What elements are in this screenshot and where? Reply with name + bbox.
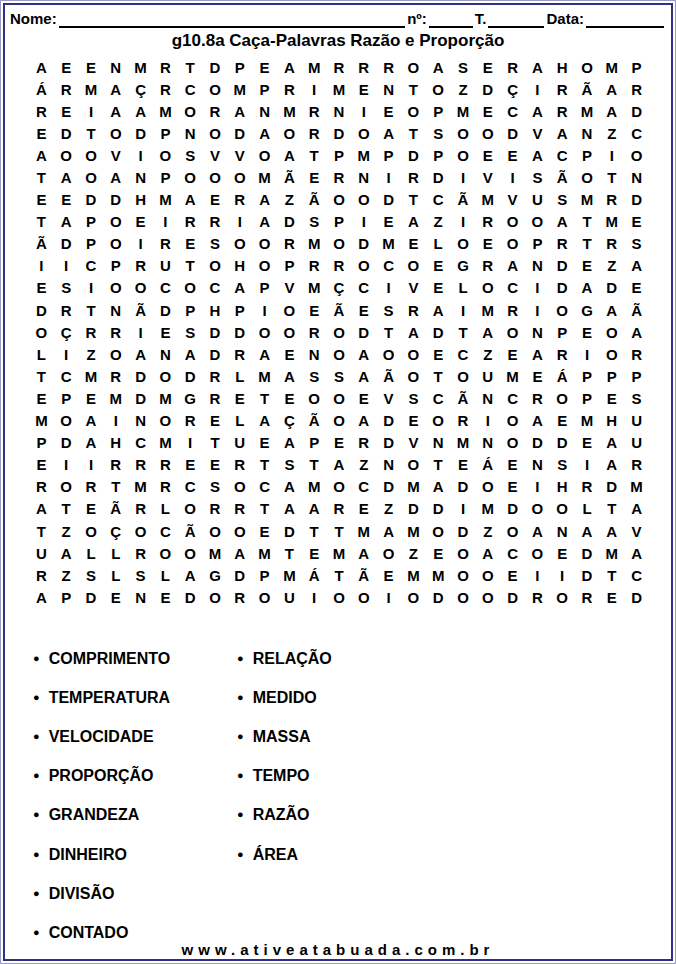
grid-cell-r6c23[interactable]: O [575,166,600,188]
grid-cell-r8c13[interactable]: P [327,211,352,233]
grid-cell-r8c21[interactable]: O [525,211,550,233]
grid-cell-r22c8[interactable]: O [203,520,228,542]
grid-cell-r12c21[interactable]: I [525,299,550,321]
grid-cell-r20c12[interactable]: M [302,476,327,498]
grid-cell-r18c5[interactable]: C [128,432,153,454]
grid-cell-r16c13[interactable]: O [327,387,352,409]
grid-cell-r9c25[interactable]: S [624,233,649,255]
grid-cell-r14c18[interactable]: C [451,343,476,365]
grid-cell-r21c25[interactable]: A [624,498,649,520]
grid-cell-r10c18[interactable]: G [451,255,476,277]
grid-cell-r18c25[interactable]: U [624,432,649,454]
grid-cell-r4c7[interactable]: N [178,122,203,144]
grid-cell-r5c24[interactable]: I [599,144,624,166]
grid-cell-r22c19[interactable]: Z [475,520,500,542]
grid-cell-r2c23[interactable]: Ã [575,78,600,100]
grid-cell-r1c25[interactable]: P [624,56,649,78]
grid-cell-r4c9[interactable]: D [227,122,252,144]
grid-cell-r11c17[interactable]: E [426,277,451,299]
grid-cell-r8c18[interactable]: I [451,211,476,233]
grid-cell-r4c13[interactable]: D [327,122,352,144]
grid-cell-r20c17[interactable]: A [426,476,451,498]
grid-cell-r13c16[interactable]: A [401,321,426,343]
grid-cell-r15c12[interactable]: S [302,365,327,387]
grid-cell-r17c13[interactable]: O [327,410,352,432]
grid-cell-r4c17[interactable]: S [426,122,451,144]
grid-cell-r6c21[interactable]: S [525,166,550,188]
grid-cell-r24c19[interactable]: O [475,564,500,586]
grid-cell-r15c25[interactable]: P [624,365,649,387]
grid-cell-r21c23[interactable]: L [575,498,600,520]
grid-cell-r19c12[interactable]: T [302,454,327,476]
grid-cell-r14c20[interactable]: E [500,343,525,365]
grid-cell-r8c19[interactable]: R [475,211,500,233]
grid-cell-r25c1[interactable]: A [29,586,54,608]
grid-cell-r18c4[interactable]: H [103,432,128,454]
grid-cell-r1c12[interactable]: M [302,56,327,78]
grid-cell-r10c15[interactable]: C [376,255,401,277]
grid-cell-r9c15[interactable]: M [376,233,401,255]
grid-cell-r5c21[interactable]: A [525,144,550,166]
grid-cell-r5c20[interactable]: E [500,144,525,166]
grid-cell-r9c21[interactable]: P [525,233,550,255]
grid-cell-r19c1[interactable]: E [29,454,54,476]
grid-cell-r1c10[interactable]: E [252,56,277,78]
grid-cell-r25c13[interactable]: O [327,586,352,608]
grid-cell-r25c11[interactable]: U [277,586,302,608]
grid-cell-r21c3[interactable]: E [79,498,104,520]
grid-cell-r17c12[interactable]: Ã [302,410,327,432]
grid-cell-r23c10[interactable]: M [252,542,277,564]
grid-cell-r25c17[interactable]: D [426,586,451,608]
grid-cell-r1c15[interactable]: R [376,56,401,78]
grid-cell-r15c16[interactable]: O [401,365,426,387]
grid-cell-r16c10[interactable]: T [252,387,277,409]
grid-cell-r6c1[interactable]: T [29,166,54,188]
grid-cell-r10c21[interactable]: N [525,255,550,277]
grid-cell-r3c11[interactable]: M [277,100,302,122]
grid-cell-r22c5[interactable]: O [128,520,153,542]
grid-cell-r12c13[interactable]: Ã [327,299,352,321]
grid-cell-r22c10[interactable]: E [252,520,277,542]
grid-cell-r14c7[interactable]: A [178,343,203,365]
grid-cell-r20c7[interactable]: C [178,476,203,498]
grid-cell-r15c20[interactable]: M [500,365,525,387]
grid-cell-r3c24[interactable]: A [599,100,624,122]
grid-cell-r20c4[interactable]: T [103,476,128,498]
grid-cell-r19c11[interactable]: S [277,454,302,476]
grid-cell-r18c19[interactable]: N [475,432,500,454]
grid-cell-r19c5[interactable]: R [128,454,153,476]
grid-cell-r19c18[interactable]: E [451,454,476,476]
grid-cell-r11c11[interactable]: V [277,277,302,299]
grid-cell-r19c17[interactable]: T [426,454,451,476]
grid-cell-r25c21[interactable]: R [525,586,550,608]
grid-cell-r14c10[interactable]: A [252,343,277,365]
grid-cell-r15c6[interactable]: O [153,365,178,387]
grid-cell-r14c12[interactable]: N [302,343,327,365]
grid-cell-r23c15[interactable]: O [376,542,401,564]
grid-cell-r6c22[interactable]: Ã [550,166,575,188]
grid-cell-r23c17[interactable]: E [426,542,451,564]
grid-cell-r23c6[interactable]: O [153,542,178,564]
grid-cell-r22c15[interactable]: A [376,520,401,542]
grid-cell-r25c6[interactable]: E [153,586,178,608]
grid-cell-r4c14[interactable]: O [351,122,376,144]
grid-cell-r1c8[interactable]: D [203,56,228,78]
grid-cell-r13c9[interactable]: D [227,321,252,343]
grid-cell-r8c10[interactable]: A [252,211,277,233]
grid-cell-r12c16[interactable]: R [401,299,426,321]
grid-cell-r1c16[interactable]: O [401,56,426,78]
grid-cell-r10c23[interactable]: E [575,255,600,277]
grid-cell-r24c14[interactable]: Ã [351,564,376,586]
grid-cell-r2c21[interactable]: I [525,78,550,100]
grid-cell-r7c21[interactable]: U [525,189,550,211]
grid-cell-r15c15[interactable]: Ã [376,365,401,387]
grid-cell-r9c9[interactable]: O [227,233,252,255]
grid-cell-r7c25[interactable]: D [624,189,649,211]
grid-cell-r8c16[interactable]: A [401,211,426,233]
grid-cell-r2c12[interactable]: I [302,78,327,100]
grid-cell-r18c11[interactable]: A [277,432,302,454]
grid-cell-r1c7[interactable]: T [178,56,203,78]
grid-cell-r13c11[interactable]: O [277,321,302,343]
grid-cell-r12c22[interactable]: O [550,299,575,321]
grid-cell-r1c6[interactable]: R [153,56,178,78]
grid-cell-r4c16[interactable]: T [401,122,426,144]
grid-cell-r13c15[interactable]: T [376,321,401,343]
grid-cell-r14c23[interactable]: I [575,343,600,365]
grid-cell-r11c15[interactable]: I [376,277,401,299]
grid-cell-r4c8[interactable]: O [203,122,228,144]
grid-cell-r4c23[interactable]: N [575,122,600,144]
grid-cell-r17c19[interactable]: I [475,410,500,432]
grid-cell-r23c13[interactable]: M [327,542,352,564]
grid-cell-r21c17[interactable]: D [426,498,451,520]
grid-cell-r10c6[interactable]: U [153,255,178,277]
grid-cell-r7c24[interactable]: R [599,189,624,211]
grid-cell-r24c24[interactable]: T [599,564,624,586]
grid-cell-r16c6[interactable]: M [153,387,178,409]
grid-cell-r5c9[interactable]: V [227,144,252,166]
grid-cell-r6c11[interactable]: Ã [277,166,302,188]
grid-cell-r19c4[interactable]: R [103,454,128,476]
grid-cell-r25c15[interactable]: I [376,586,401,608]
grid-cell-r9c3[interactable]: P [79,233,104,255]
grid-cell-r11c20[interactable]: C [500,277,525,299]
grid-cell-r25c2[interactable]: P [54,586,79,608]
grid-cell-r22c6[interactable]: C [153,520,178,542]
grid-cell-r25c3[interactable]: D [79,586,104,608]
grid-cell-r17c6[interactable]: O [153,410,178,432]
grid-cell-r5c25[interactable]: O [624,144,649,166]
grid-cell-r10c1[interactable]: I [29,255,54,277]
grid-cell-r20c8[interactable]: S [203,476,228,498]
grid-cell-r23c23[interactable]: D [575,542,600,564]
grid-cell-r16c7[interactable]: G [178,387,203,409]
grid-cell-r14c5[interactable]: A [128,343,153,365]
grid-cell-r11c4[interactable]: O [103,277,128,299]
grid-cell-r2c17[interactable]: O [426,78,451,100]
grid-cell-r23c25[interactable]: A [624,542,649,564]
grid-cell-r5c13[interactable]: P [327,144,352,166]
grid-cell-r14c4[interactable]: O [103,343,128,365]
grid-cell-r3c6[interactable]: M [153,100,178,122]
grid-cell-r1c4[interactable]: N [103,56,128,78]
grid-cell-r7c1[interactable]: E [29,189,54,211]
grid-cell-r11c10[interactable]: P [252,277,277,299]
grid-cell-r2c19[interactable]: D [475,78,500,100]
grid-cell-r3c25[interactable]: D [624,100,649,122]
grid-cell-r3c16[interactable]: O [401,100,426,122]
grid-cell-r24c17[interactable]: M [426,564,451,586]
grid-cell-r2c16[interactable]: T [401,78,426,100]
grid-cell-r21c6[interactable]: L [153,498,178,520]
grid-cell-r8c3[interactable]: P [79,211,104,233]
grid-cell-r13c8[interactable]: D [203,321,228,343]
grid-cell-r24c13[interactable]: T [327,564,352,586]
grid-cell-r8c25[interactable]: E [624,211,649,233]
grid-cell-r5c5[interactable]: I [128,144,153,166]
grid-cell-r20c3[interactable]: R [79,476,104,498]
grid-cell-r2c13[interactable]: M [327,78,352,100]
grid-cell-r23c19[interactable]: A [475,542,500,564]
grid-cell-r6c14[interactable]: N [351,166,376,188]
grid-cell-r12c11[interactable]: O [277,299,302,321]
grid-cell-r20c24[interactable]: D [599,476,624,498]
grid-cell-r3c1[interactable]: R [29,100,54,122]
grid-cell-r22c18[interactable]: D [451,520,476,542]
grid-cell-r3c7[interactable]: O [178,100,203,122]
grid-cell-r12c25[interactable]: Ã [624,299,649,321]
grid-cell-r17c16[interactable]: E [401,410,426,432]
grid-cell-r9c5[interactable]: I [128,233,153,255]
grid-cell-r3c12[interactable]: R [302,100,327,122]
grid-cell-r24c16[interactable]: M [401,564,426,586]
grid-cell-r5c15[interactable]: P [376,144,401,166]
grid-cell-r13c23[interactable]: E [575,321,600,343]
grid-cell-r12c15[interactable]: S [376,299,401,321]
grid-cell-r22c12[interactable]: T [302,520,327,542]
grid-cell-r21c13[interactable]: R [327,498,352,520]
grid-cell-r18c9[interactable]: U [227,432,252,454]
grid-cell-r20c25[interactable]: M [624,476,649,498]
grid-cell-r14c3[interactable]: Z [79,343,104,365]
grid-cell-r15c3[interactable]: M [79,365,104,387]
grid-cell-r12c20[interactable]: R [500,299,525,321]
grid-cell-r1c13[interactable]: R [327,56,352,78]
grid-cell-r7c13[interactable]: O [327,189,352,211]
grid-cell-r12c3[interactable]: T [79,299,104,321]
grid-cell-r11c5[interactable]: O [128,277,153,299]
grid-cell-r13c20[interactable]: O [500,321,525,343]
grid-cell-r5c11[interactable]: A [277,144,302,166]
grid-cell-r18c14[interactable]: R [351,432,376,454]
grid-cell-r14c15[interactable]: O [376,343,401,365]
grid-cell-r23c20[interactable]: C [500,542,525,564]
grid-cell-r9c6[interactable]: R [153,233,178,255]
grid-cell-r16c9[interactable]: E [227,387,252,409]
grid-cell-r5c7[interactable]: S [178,144,203,166]
grid-cell-r17c8[interactable]: E [203,410,228,432]
grid-cell-r19c14[interactable]: Z [351,454,376,476]
grid-cell-r3c5[interactable]: A [128,100,153,122]
grid-cell-r19c9[interactable]: R [227,454,252,476]
grid-cell-r22c7[interactable]: Ã [178,520,203,542]
grid-cell-r3c20[interactable]: C [500,100,525,122]
grid-cell-r6c8[interactable]: O [203,166,228,188]
grid-cell-r21c21[interactable]: O [525,498,550,520]
grid-cell-r18c23[interactable]: E [575,432,600,454]
grid-cell-r2c22[interactable]: R [550,78,575,100]
grid-cell-r12c8[interactable]: H [203,299,228,321]
grid-cell-r9c23[interactable]: T [575,233,600,255]
grid-cell-r3c21[interactable]: A [525,100,550,122]
grid-cell-r23c3[interactable]: L [79,542,104,564]
grid-cell-r16c15[interactable]: V [376,387,401,409]
grid-cell-r3c2[interactable]: E [54,100,79,122]
grid-cell-r2c8[interactable]: O [203,78,228,100]
grid-cell-r16c16[interactable]: S [401,387,426,409]
grid-cell-r19c20[interactable]: E [500,454,525,476]
grid-cell-r13c14[interactable]: D [351,321,376,343]
grid-cell-r5c18[interactable]: O [451,144,476,166]
grid-cell-r10c16[interactable]: O [401,255,426,277]
grid-cell-r18c22[interactable]: D [550,432,575,454]
grid-cell-r11c12[interactable]: M [302,277,327,299]
grid-cell-r21c19[interactable]: M [475,498,500,520]
grid-cell-r17c17[interactable]: O [426,410,451,432]
grid-cell-r7c22[interactable]: S [550,189,575,211]
grid-cell-r15c21[interactable]: E [525,365,550,387]
grid-cell-r10c17[interactable]: E [426,255,451,277]
grid-cell-r4c18[interactable]: O [451,122,476,144]
grid-cell-r23c1[interactable]: U [29,542,54,564]
grid-cell-r22c20[interactable]: O [500,520,525,542]
grid-cell-r20c19[interactable]: O [475,476,500,498]
grid-cell-r17c25[interactable]: U [624,410,649,432]
grid-cell-r19c10[interactable]: T [252,454,277,476]
grid-cell-r24c20[interactable]: E [500,564,525,586]
grid-cell-r2c15[interactable]: N [376,78,401,100]
grid-cell-r12c12[interactable]: E [302,299,327,321]
grid-cell-r11c3[interactable]: I [79,277,104,299]
grid-cell-r10c20[interactable]: A [500,255,525,277]
grid-cell-r24c9[interactable]: D [227,564,252,586]
grid-cell-r23c18[interactable]: O [451,542,476,564]
grid-cell-r8c24[interactable]: M [599,211,624,233]
grid-cell-r18c15[interactable]: D [376,432,401,454]
grid-cell-r7c16[interactable]: T [401,189,426,211]
grid-cell-r5c1[interactable]: A [29,144,54,166]
grid-cell-r11c16[interactable]: V [401,277,426,299]
grid-cell-r23c7[interactable]: O [178,542,203,564]
grid-cell-r24c11[interactable]: M [277,564,302,586]
grid-cell-r21c14[interactable]: E [351,498,376,520]
grid-cell-r24c18[interactable]: O [451,564,476,586]
grid-cell-r2c11[interactable]: R [277,78,302,100]
grid-cell-r20c15[interactable]: D [376,476,401,498]
grid-cell-r14c2[interactable]: I [54,343,79,365]
grid-cell-r17c22[interactable]: E [550,410,575,432]
grid-cell-r23c5[interactable]: R [128,542,153,564]
grid-cell-r16c8[interactable]: R [203,387,228,409]
grid-cell-r16c20[interactable]: C [500,387,525,409]
grid-cell-r17c7[interactable]: R [178,410,203,432]
grid-cell-r22c14[interactable]: M [351,520,376,542]
grid-cell-r5c16[interactable]: D [401,144,426,166]
grid-cell-r20c14[interactable]: C [351,476,376,498]
grid-cell-r6c6[interactable]: P [153,166,178,188]
grid-cell-r19c2[interactable]: I [54,454,79,476]
grid-cell-r7c18[interactable]: Ã [451,189,476,211]
grid-cell-r22c3[interactable]: O [79,520,104,542]
grid-cell-r15c4[interactable]: R [103,365,128,387]
grid-cell-r3c10[interactable]: N [252,100,277,122]
grid-cell-r24c3[interactable]: S [79,564,104,586]
grid-cell-r17c2[interactable]: O [54,410,79,432]
grid-cell-r1c1[interactable]: A [29,56,54,78]
grid-cell-r10c2[interactable]: I [54,255,79,277]
grid-cell-r10c13[interactable]: R [327,255,352,277]
grid-cell-r15c2[interactable]: C [54,365,79,387]
grid-cell-r1c2[interactable]: E [54,56,79,78]
grid-cell-r13c6[interactable]: E [153,321,178,343]
grid-cell-r19c7[interactable]: E [178,454,203,476]
grid-cell-r1c20[interactable]: R [500,56,525,78]
grid-cell-r19c8[interactable]: E [203,454,228,476]
grid-cell-r14c21[interactable]: A [525,343,550,365]
grid-cell-r5c23[interactable]: P [575,144,600,166]
grid-cell-r14c24[interactable]: O [599,343,624,365]
grid-cell-r5c10[interactable]: O [252,144,277,166]
grid-cell-r21c16[interactable]: D [401,498,426,520]
grid-cell-r3c18[interactable]: M [451,100,476,122]
grid-cell-r7c7[interactable]: A [178,189,203,211]
grid-cell-r12c23[interactable]: G [575,299,600,321]
grid-cell-r9c7[interactable]: E [178,233,203,255]
grid-cell-r24c12[interactable]: Á [302,564,327,586]
grid-cell-r6c20[interactable]: I [500,166,525,188]
grid-cell-r8c14[interactable]: I [351,211,376,233]
grid-cell-r25c22[interactable]: O [550,586,575,608]
grid-cell-r23c22[interactable]: E [550,542,575,564]
grid-cell-r23c9[interactable]: A [227,542,252,564]
grid-cell-r14c19[interactable]: Z [475,343,500,365]
grid-cell-r23c2[interactable]: A [54,542,79,564]
grid-cell-r2c25[interactable]: R [624,78,649,100]
grid-cell-r17c4[interactable]: I [103,410,128,432]
grid-cell-r12c17[interactable]: A [426,299,451,321]
grid-cell-r6c16[interactable]: R [401,166,426,188]
grid-cell-r13c7[interactable]: S [178,321,203,343]
grid-cell-r18c17[interactable]: N [426,432,451,454]
grid-cell-r12c1[interactable]: D [29,299,54,321]
grid-cell-r4c3[interactable]: T [79,122,104,144]
grid-cell-r18c16[interactable]: V [401,432,426,454]
grid-cell-r6c25[interactable]: N [624,166,649,188]
grid-cell-r17c15[interactable]: D [376,410,401,432]
grid-cell-r16c22[interactable]: O [550,387,575,409]
grid-cell-r20c23[interactable]: R [575,476,600,498]
grid-cell-r6c13[interactable]: R [327,166,352,188]
grid-cell-r20c13[interactable]: O [327,476,352,498]
grid-cell-r16c24[interactable]: E [599,387,624,409]
grid-cell-r6c2[interactable]: A [54,166,79,188]
grid-cell-r19c22[interactable]: S [550,454,575,476]
grid-cell-r22c25[interactable]: V [624,520,649,542]
